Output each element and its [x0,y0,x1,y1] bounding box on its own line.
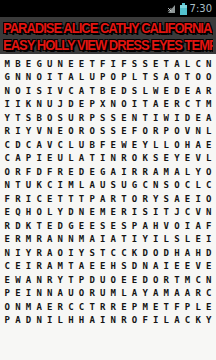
grid-cell[interactable]: C [2,152,13,166]
grid-cell[interactable]: L [150,138,161,152]
grid-cell[interactable]: N [13,300,24,314]
grid-cell[interactable]: H [23,206,34,220]
grid-cell[interactable]: T [182,71,193,85]
grid-cell[interactable]: Y [150,192,161,206]
grid-cell[interactable]: R [119,152,130,166]
grid-cell[interactable]: S [97,125,108,139]
grid-cell[interactable]: B [97,84,108,98]
grid-cell[interactable]: O [172,71,183,85]
grid-cell[interactable]: E [108,206,119,220]
grid-cell[interactable]: A [172,314,183,328]
grid-cell[interactable]: T [76,192,87,206]
grid-cell[interactable]: I [13,98,24,112]
grid-cell[interactable]: K [140,152,151,166]
grid-cell[interactable]: O [34,206,45,220]
grid-cell[interactable]: R [2,219,13,233]
grid-cell[interactable]: E [108,219,119,233]
grid-cell[interactable]: C [119,246,130,260]
grid-cell[interactable]: O [76,287,87,301]
grid-cell[interactable]: V [193,152,204,166]
grid-cell[interactable]: O [140,125,151,139]
grid-cell[interactable]: E [2,273,13,287]
grid-cell[interactable]: I [150,233,161,247]
grid-cell[interactable]: A [172,57,183,71]
grid-cell[interactable]: T [87,152,98,166]
grid-cell[interactable]: R [203,84,214,98]
grid-cell[interactable]: N [108,152,119,166]
grid-cell[interactable]: T [13,179,24,193]
grid-cell[interactable]: R [44,273,55,287]
grid-cell[interactable]: E [44,300,55,314]
grid-cell[interactable]: O [34,71,45,85]
grid-cell[interactable]: O [129,152,140,166]
grid-cell[interactable]: L [161,233,172,247]
grid-cell[interactable]: N [108,314,119,328]
grid-cell[interactable]: O [2,165,13,179]
grid-cell[interactable]: V [193,206,204,220]
grid-cell[interactable]: R [140,192,151,206]
grid-cell[interactable]: D [76,165,87,179]
grid-cell[interactable]: S [140,57,151,71]
grid-cell[interactable]: A [34,138,45,152]
grid-cell[interactable]: U [97,179,108,193]
grid-cell[interactable]: R [34,233,45,247]
grid-cell[interactable]: U [97,287,108,301]
grid-cell[interactable]: M [108,287,119,301]
grid-cell[interactable]: O [203,71,214,85]
grid-cell[interactable]: D [172,84,183,98]
grid-cell[interactable]: N [140,260,151,274]
grid-cell[interactable]: D [34,165,45,179]
grid-cell[interactable]: D [161,246,172,260]
grid-cell[interactable]: R [108,300,119,314]
grid-cell[interactable]: A [87,314,98,328]
grid-cell[interactable]: L [119,287,130,301]
grid-cell[interactable]: O [108,273,119,287]
grid-cell[interactable]: E [13,287,24,301]
grid-cell[interactable]: A [66,71,77,85]
grid-cell[interactable]: A [150,165,161,179]
grid-cell[interactable]: O [150,273,161,287]
grid-cell[interactable]: I [129,233,140,247]
grid-cell[interactable]: M [97,206,108,220]
grid-cell[interactable]: C [140,179,151,193]
grid-cell[interactable]: P [87,192,98,206]
grid-cell[interactable]: T [140,71,151,85]
grid-cell[interactable]: E [182,84,193,98]
grid-cell[interactable]: A [150,260,161,274]
grid-cell[interactable]: C [23,138,34,152]
grid-cell[interactable]: E [182,152,193,166]
grid-cell[interactable]: T [87,84,98,98]
grid-cell[interactable]: N [2,179,13,193]
grid-cell[interactable]: M [2,57,13,71]
grid-cell[interactable]: V [161,219,172,233]
grid-cell[interactable]: F [119,57,130,71]
grid-cell[interactable]: L [203,125,214,139]
grid-cell[interactable]: T [66,260,77,274]
grid-cell[interactable]: O [44,111,55,125]
grid-cell[interactable]: O [172,219,183,233]
grid-cell[interactable]: C [66,84,77,98]
grid-cell[interactable]: Y [55,206,66,220]
grid-cell[interactable]: I [34,152,45,166]
grid-cell[interactable]: T [87,300,98,314]
grid-cell[interactable]: A [129,287,140,301]
grid-cell[interactable]: I [13,125,24,139]
grid-cell[interactable]: S [108,111,119,125]
grid-cell[interactable]: T [193,98,204,112]
grid-cell[interactable]: C [66,300,77,314]
grid-cell[interactable]: L [193,179,204,193]
grid-cell[interactable]: C [182,206,193,220]
grid-cell[interactable]: I [66,246,77,260]
grid-cell[interactable]: I [129,98,140,112]
grid-cell[interactable]: T [140,111,151,125]
grid-cell[interactable]: N [34,98,45,112]
grid-cell[interactable]: E [87,260,98,274]
grid-cell[interactable]: P [2,287,13,301]
grid-cell[interactable]: N [76,206,87,220]
grid-cell[interactable]: S [87,246,98,260]
grid-cell[interactable]: L [182,165,193,179]
grid-cell[interactable]: S [150,71,161,85]
grid-cell[interactable]: D [119,84,130,98]
grid-cell[interactable]: R [13,165,24,179]
grid-cell[interactable]: A [44,260,55,274]
grid-cell[interactable]: R [193,287,204,301]
grid-cell[interactable]: I [203,233,214,247]
grid-cell[interactable]: R [13,192,24,206]
grid-cell[interactable]: I [108,57,119,71]
grid-cell[interactable]: I [161,260,172,274]
grid-cell[interactable]: F [97,138,108,152]
grid-cell[interactable]: N [23,71,34,85]
grid-cell[interactable]: W [119,138,130,152]
grid-cell[interactable]: M [161,165,172,179]
grid-cell[interactable]: Y [193,165,204,179]
grid-cell[interactable]: L [161,138,172,152]
grid-cell[interactable]: T [140,98,151,112]
grid-cell[interactable]: E [44,219,55,233]
grid-cell[interactable]: A [87,179,98,193]
grid-cell[interactable]: I [23,192,34,206]
grid-cell[interactable]: T [34,219,45,233]
grid-cell[interactable]: F [2,192,13,206]
grid-cell[interactable]: P [87,98,98,112]
grid-cell[interactable]: O [55,246,66,260]
grid-cell[interactable]: U [87,71,98,85]
grid-cell[interactable]: R [13,233,24,247]
grid-cell[interactable]: D [203,246,214,260]
grid-cell[interactable]: W [13,273,24,287]
grid-cell[interactable]: R [140,165,151,179]
grid-cell[interactable]: A [13,152,24,166]
grid-cell[interactable]: I [129,206,140,220]
grid-cell[interactable]: I [193,192,204,206]
grid-cell[interactable]: E [87,219,98,233]
grid-cell[interactable]: C [182,314,193,328]
grid-cell[interactable]: O [66,125,77,139]
grid-cell[interactable]: E [203,300,214,314]
grid-cell[interactable]: R [34,260,45,274]
grid-cell[interactable]: N [203,57,214,71]
grid-cell[interactable]: A [76,84,87,98]
grid-cell[interactable]: U [55,152,66,166]
grid-cell[interactable]: N [55,233,66,247]
grid-cell[interactable]: N [129,111,140,125]
grid-cell[interactable]: P [87,111,98,125]
grid-cell[interactable]: L [203,152,214,166]
grid-cell[interactable]: A [203,111,214,125]
grid-cell[interactable]: L [44,206,55,220]
grid-cell[interactable]: M [161,287,172,301]
grid-cell[interactable]: C [2,138,13,152]
grid-cell[interactable]: Y [2,111,13,125]
grid-cell[interactable]: T [66,273,77,287]
grid-cell[interactable]: E [2,233,13,247]
grid-cell[interactable]: W [161,111,172,125]
grid-cell[interactable]: H [150,219,161,233]
grid-cell[interactable]: A [150,287,161,301]
grid-cell[interactable]: E [119,273,130,287]
grid-cell[interactable]: J [172,206,183,220]
grid-cell[interactable]: O [87,125,98,139]
grid-cell[interactable]: E [76,98,87,112]
grid-cell[interactable]: S [119,260,130,274]
grid-cell[interactable]: A [172,287,183,301]
grid-cell[interactable]: W [150,84,161,98]
grid-cell[interactable]: R [172,98,183,112]
grid-cell[interactable]: R [119,206,130,220]
grid-cell[interactable]: H [76,314,87,328]
grid-cell[interactable]: V [55,84,66,98]
grid-cell[interactable]: I [97,152,108,166]
grid-cell[interactable]: T [172,273,183,287]
grid-cell[interactable]: U [44,57,55,71]
grid-cell[interactable]: S [34,84,45,98]
grid-cell[interactable]: P [161,125,172,139]
grid-cell[interactable]: C [182,98,193,112]
grid-cell[interactable]: S [140,206,151,220]
grid-cell[interactable]: E [87,165,98,179]
grid-cell[interactable]: N [203,206,214,220]
grid-cell[interactable]: T [161,57,172,71]
grid-cell[interactable]: I [55,179,66,193]
grid-cell[interactable]: M [66,179,77,193]
grid-cell[interactable]: E [23,57,34,71]
grid-cell[interactable]: E [87,206,98,220]
grid-cell[interactable]: R [55,165,66,179]
grid-cell[interactable]: A [182,246,193,260]
grid-cell[interactable]: A [193,219,204,233]
grid-cell[interactable]: Y [140,233,151,247]
grid-cell[interactable]: E [161,98,172,112]
grid-cell[interactable]: O [172,179,183,193]
grid-cell[interactable]: E [193,233,204,247]
grid-cell[interactable]: O [203,192,214,206]
grid-cell[interactable]: N [203,273,214,287]
grid-cell[interactable]: E [182,260,193,274]
grid-cell[interactable]: I [2,98,13,112]
grid-cell[interactable]: U [66,287,77,301]
grid-cell[interactable]: C [2,260,13,274]
grid-cell[interactable]: V [44,138,55,152]
grid-cell[interactable]: E [129,138,140,152]
grid-cell[interactable]: P [2,314,13,328]
grid-cell[interactable]: M [182,273,193,287]
grid-cell[interactable]: M [23,300,34,314]
grid-cell[interactable]: L [140,84,151,98]
grid-cell[interactable]: T [13,111,24,125]
grid-cell[interactable]: A [108,233,119,247]
grid-cell[interactable]: C [108,246,119,260]
grid-cell[interactable]: M [55,260,66,274]
grid-cell[interactable]: K [193,314,204,328]
grid-cell[interactable]: Q [13,206,24,220]
grid-cell[interactable]: O [203,165,214,179]
grid-cell[interactable]: L [76,179,87,193]
grid-cell[interactable]: F [140,314,151,328]
grid-cell[interactable]: I [13,246,24,260]
grid-cell[interactable]: F [97,57,108,71]
grid-cell[interactable]: K [34,179,45,193]
grid-cell[interactable]: S [119,219,130,233]
grid-cell[interactable]: B [34,111,45,125]
grid-cell[interactable]: O [2,300,13,314]
grid-cell[interactable]: I [97,233,108,247]
grid-cell[interactable]: Y [76,246,87,260]
grid-cell[interactable]: L [182,57,193,71]
grid-cell[interactable]: I [44,84,55,98]
grid-cell[interactable]: E [161,152,172,166]
grid-cell[interactable]: S [129,84,140,98]
grid-cell[interactable]: E [66,165,77,179]
grid-cell[interactable]: L [55,314,66,328]
grid-cell[interactable]: F [44,165,55,179]
grid-cell[interactable]: N [55,57,66,71]
grid-cell[interactable]: Y [172,152,183,166]
grid-cell[interactable]: R [119,314,130,328]
grid-cell[interactable]: B [13,57,24,71]
grid-cell[interactable]: D [23,314,34,328]
grid-cell[interactable]: A [172,165,183,179]
grid-cell[interactable]: T [55,192,66,206]
grid-cell[interactable]: S [129,57,140,71]
grid-cell[interactable]: E [193,111,204,125]
grid-cell[interactable]: O [119,98,130,112]
grid-cell[interactable]: E [76,57,87,71]
grid-cell[interactable]: E [2,206,13,220]
grid-cell[interactable]: A [23,273,34,287]
grid-cell[interactable]: A [172,192,183,206]
grid-cell[interactable]: I [150,206,161,220]
grid-cell[interactable]: I [172,111,183,125]
grid-cell[interactable]: U [97,273,108,287]
grid-cell[interactable]: A [150,98,161,112]
grid-cell[interactable]: S [172,233,183,247]
grid-cell[interactable]: N [34,314,45,328]
grid-cell[interactable]: A [108,165,119,179]
grid-cell[interactable]: C [76,300,87,314]
grid-cell[interactable]: L [193,300,204,314]
grid-cell[interactable]: P [119,71,130,85]
grid-cell[interactable]: E [97,260,108,274]
grid-cell[interactable]: J [55,98,66,112]
grid-cell[interactable]: L [66,138,77,152]
grid-cell[interactable]: D [87,273,98,287]
grid-cell[interactable]: F [172,300,183,314]
grid-cell[interactable]: D [55,219,66,233]
grid-cell[interactable]: A [161,71,172,85]
grid-cell[interactable]: G [129,179,140,193]
grid-cell[interactable]: U [23,179,34,193]
grid-cell[interactable]: D [182,111,193,125]
grid-cell[interactable]: M [23,233,34,247]
grid-cell[interactable]: A [44,233,55,247]
grid-cell[interactable]: A [140,219,151,233]
grid-cell[interactable]: I [44,71,55,85]
grid-cell[interactable]: N [193,125,204,139]
grid-cell[interactable]: A [55,287,66,301]
grid-cell[interactable]: I [119,165,130,179]
grid-cell[interactable]: A [34,300,45,314]
grid-cell[interactable]: C [34,192,45,206]
grid-cell[interactable]: G [2,71,13,85]
grid-cell[interactable]: E [203,138,214,152]
grid-cell[interactable]: L [76,71,87,85]
grid-cell[interactable]: Y [140,287,151,301]
grid-cell[interactable]: E [119,111,130,125]
grid-cell[interactable]: U [66,111,77,125]
grid-cell[interactable]: E [150,300,161,314]
grid-cell[interactable]: R [161,273,172,287]
grid-cell[interactable]: C [44,179,55,193]
grid-cell[interactable]: R [150,125,161,139]
grid-cell[interactable]: C [203,179,214,193]
grid-cell[interactable]: C [182,179,193,193]
grid-cell[interactable]: T [87,57,98,71]
grid-cell[interactable]: K [23,98,34,112]
grid-cell[interactable]: K [23,219,34,233]
grid-cell[interactable]: O [172,138,183,152]
grid-cell[interactable]: E [55,125,66,139]
grid-cell[interactable]: Y [23,125,34,139]
grid-cell[interactable]: N [44,125,55,139]
grid-cell[interactable]: G [97,165,108,179]
grid-cell[interactable]: E [108,138,119,152]
grid-cell[interactable]: O [129,192,140,206]
grid-cell[interactable]: A [182,287,193,301]
grid-cell[interactable]: D [129,260,140,274]
grid-cell[interactable]: R [87,287,98,301]
grid-cell[interactable]: L [161,314,172,328]
grid-cell[interactable]: S [150,152,161,166]
grid-cell[interactable]: O [172,125,183,139]
grid-cell[interactable]: I [44,314,55,328]
grid-cell[interactable]: D [13,138,24,152]
grid-cell[interactable]: T [161,206,172,220]
grid-cell[interactable]: V [34,125,45,139]
grid-cell[interactable]: T [55,71,66,85]
grid-cell[interactable]: G [34,57,45,71]
grid-cell[interactable]: S [108,125,119,139]
grid-cell[interactable]: X [97,98,108,112]
grid-cell[interactable]: R [2,125,13,139]
grid-cell[interactable]: T [66,192,77,206]
grid-cell[interactable]: D [13,219,24,233]
grid-cell[interactable]: F [23,165,34,179]
